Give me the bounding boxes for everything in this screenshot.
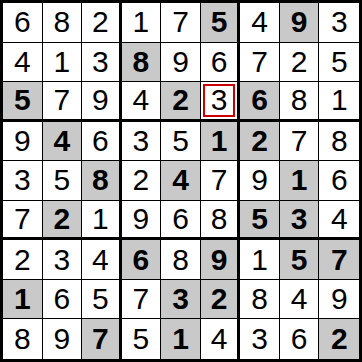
cell-r8c8[interactable]: 4 <box>280 280 320 320</box>
cell-r6c9[interactable]: 4 <box>319 201 359 241</box>
cell-r9c7[interactable]: 3 <box>240 319 280 359</box>
cell-r4c2[interactable]: 4 <box>43 122 83 162</box>
cell-r8c7[interactable]: 8 <box>240 280 280 320</box>
cell-r7c1[interactable]: 2 <box>3 240 43 280</box>
cell-r2c4[interactable]: 8 <box>122 43 162 83</box>
cell-r9c8[interactable]: 6 <box>280 319 320 359</box>
cell-r3c5[interactable]: 2 <box>161 82 201 122</box>
cell-r9c9[interactable]: 2 <box>319 319 359 359</box>
cell-r7c2[interactable]: 3 <box>43 240 83 280</box>
cell-r3c8[interactable]: 8 <box>280 82 320 122</box>
cell-r7c6[interactable]: 9 <box>201 240 241 280</box>
cell-r2c7[interactable]: 7 <box>240 43 280 83</box>
cell-r5c9[interactable]: 6 <box>319 161 359 201</box>
cell-r9c5[interactable]: 1 <box>161 319 201 359</box>
cell-r1c7[interactable]: 4 <box>240 3 280 43</box>
cell-r6c5[interactable]: 6 <box>161 201 201 241</box>
cell-r7c8[interactable]: 5 <box>280 240 320 280</box>
cell-r3c3[interactable]: 9 <box>82 82 122 122</box>
sudoku-board: 6821754934138967255794236819463512783582… <box>0 0 362 362</box>
cell-r9c4[interactable]: 5 <box>122 319 162 359</box>
cell-r9c1[interactable]: 8 <box>3 319 43 359</box>
cell-r5c3[interactable]: 8 <box>82 161 122 201</box>
cell-r6c3[interactable]: 1 <box>82 201 122 241</box>
cell-r1c8[interactable]: 9 <box>280 3 320 43</box>
cell-r3c2[interactable]: 7 <box>43 82 83 122</box>
cell-r1c6[interactable]: 5 <box>201 3 241 43</box>
cell-r2c9[interactable]: 5 <box>319 43 359 83</box>
cell-r1c1[interactable]: 6 <box>3 3 43 43</box>
cell-r7c7[interactable]: 1 <box>240 240 280 280</box>
cell-r2c1[interactable]: 4 <box>3 43 43 83</box>
cell-r8c5[interactable]: 3 <box>161 280 201 320</box>
cell-r8c3[interactable]: 5 <box>82 280 122 320</box>
cell-r8c9[interactable]: 9 <box>319 280 359 320</box>
cell-r4c7[interactable]: 2 <box>240 122 280 162</box>
cell-r4c6[interactable]: 1 <box>201 122 241 162</box>
cell-r3c6[interactable]: 3 <box>201 82 241 122</box>
cell-r2c3[interactable]: 3 <box>82 43 122 83</box>
cell-r6c7[interactable]: 5 <box>240 201 280 241</box>
cell-r5c2[interactable]: 5 <box>43 161 83 201</box>
cell-r5c5[interactable]: 4 <box>161 161 201 201</box>
cell-r9c6[interactable]: 4 <box>201 319 241 359</box>
cell-r6c1[interactable]: 7 <box>3 201 43 241</box>
cell-r4c9[interactable]: 8 <box>319 122 359 162</box>
cell-r4c4[interactable]: 3 <box>122 122 162 162</box>
cell-r8c6[interactable]: 2 <box>201 280 241 320</box>
cell-r5c8[interactable]: 1 <box>280 161 320 201</box>
cell-r4c8[interactable]: 7 <box>280 122 320 162</box>
cell-r8c4[interactable]: 7 <box>122 280 162 320</box>
cell-r6c4[interactable]: 9 <box>122 201 162 241</box>
cell-r7c3[interactable]: 4 <box>82 240 122 280</box>
cell-r3c7[interactable]: 6 <box>240 82 280 122</box>
cell-r8c2[interactable]: 6 <box>43 280 83 320</box>
cell-r1c9[interactable]: 3 <box>319 3 359 43</box>
cell-r5c1[interactable]: 3 <box>3 161 43 201</box>
cell-r3c9[interactable]: 1 <box>319 82 359 122</box>
cell-r6c2[interactable]: 2 <box>43 201 83 241</box>
cell-r1c3[interactable]: 2 <box>82 3 122 43</box>
cell-r6c6[interactable]: 8 <box>201 201 241 241</box>
cell-r9c2[interactable]: 9 <box>43 319 83 359</box>
cell-r9c3[interactable]: 7 <box>82 319 122 359</box>
cell-r3c1[interactable]: 5 <box>3 82 43 122</box>
cell-r1c2[interactable]: 8 <box>43 3 83 43</box>
cell-r4c5[interactable]: 5 <box>161 122 201 162</box>
cell-r8c1[interactable]: 1 <box>3 280 43 320</box>
cell-r7c4[interactable]: 6 <box>122 240 162 280</box>
cell-r5c7[interactable]: 9 <box>240 161 280 201</box>
cell-r1c4[interactable]: 1 <box>122 3 162 43</box>
cell-r5c4[interactable]: 2 <box>122 161 162 201</box>
cell-r5c6[interactable]: 7 <box>201 161 241 201</box>
cell-r6c8[interactable]: 3 <box>280 201 320 241</box>
cell-r2c6[interactable]: 6 <box>201 43 241 83</box>
cell-r1c5[interactable]: 7 <box>161 3 201 43</box>
cell-r7c5[interactable]: 8 <box>161 240 201 280</box>
cell-r4c1[interactable]: 9 <box>3 122 43 162</box>
cell-r7c9[interactable]: 7 <box>319 240 359 280</box>
cell-r2c8[interactable]: 2 <box>280 43 320 83</box>
cell-r3c4[interactable]: 4 <box>122 82 162 122</box>
cell-r2c2[interactable]: 1 <box>43 43 83 83</box>
cell-r4c3[interactable]: 6 <box>82 122 122 162</box>
cell-r2c5[interactable]: 9 <box>161 43 201 83</box>
